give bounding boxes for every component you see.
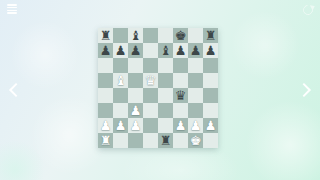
black-pawn: ♟ [205,44,217,57]
square-b5[interactable]: ♝ [113,73,128,88]
square-f7[interactable]: ♟ [173,43,188,58]
square-a4[interactable] [98,88,113,103]
bokeh-circle [245,100,320,180]
square-b4[interactable] [113,88,128,103]
chevron-right-icon [297,83,311,97]
square-a8[interactable]: ♜ [98,28,113,43]
square-b3[interactable] [113,103,128,118]
next-puzzle-button[interactable] [299,82,313,98]
square-e4[interactable] [158,88,173,103]
black-king: ♚ [175,29,187,42]
square-c5[interactable] [128,73,143,88]
square-a5[interactable] [98,73,113,88]
square-g3[interactable] [188,103,203,118]
square-h6[interactable] [203,58,218,73]
black-pawn: ♟ [100,44,112,57]
white-pawn: ♟ [130,119,142,132]
black-pawn: ♟ [115,44,127,57]
square-f2[interactable]: ♟ [173,118,188,133]
square-d4[interactable] [143,88,158,103]
square-h3[interactable] [203,103,218,118]
square-h5[interactable] [203,73,218,88]
square-a7[interactable]: ♟ [98,43,113,58]
previous-puzzle-button[interactable] [8,82,22,98]
restart-icon[interactable] [303,5,315,17]
black-queen: ♛ [175,89,187,102]
square-a3[interactable] [98,103,113,118]
square-c2[interactable]: ♟ [128,118,143,133]
square-b1[interactable] [113,133,128,148]
white-king: ♚ [190,134,202,147]
white-pawn: ♟ [100,119,112,132]
square-b8[interactable] [113,28,128,43]
square-f5[interactable] [173,73,188,88]
black-pawn: ♟ [130,44,142,57]
black-rook: ♜ [205,29,217,42]
white-pawn: ♟ [130,104,142,117]
black-pawn: ♟ [175,44,187,57]
square-b7[interactable]: ♟ [113,43,128,58]
square-g8[interactable] [188,28,203,43]
square-c3[interactable]: ♟ [128,103,143,118]
square-e8[interactable] [158,28,173,43]
square-f3[interactable] [173,103,188,118]
square-c8[interactable]: ♝ [128,28,143,43]
square-h7[interactable]: ♟ [203,43,218,58]
square-g7[interactable]: ♟ [188,43,203,58]
square-d5[interactable]: ♛ [143,73,158,88]
square-e2[interactable] [158,118,173,133]
square-e1[interactable]: ♜ [158,133,173,148]
square-h1[interactable] [203,133,218,148]
white-rook: ♜ [100,134,112,147]
square-a2[interactable]: ♟ [98,118,113,133]
white-pawn: ♟ [115,119,127,132]
bokeh-circle [230,10,300,80]
app-screen: ♜♝♚♜♟♟♟♝♟♟♟♝♛♛♟♟♟♟♟♟♟♜♜♚ [0,0,320,180]
square-e5[interactable] [158,73,173,88]
square-d2[interactable] [143,118,158,133]
chevron-left-icon [9,83,23,97]
white-pawn: ♟ [190,119,202,132]
square-a1[interactable]: ♜ [98,133,113,148]
bokeh-circle [0,140,45,180]
square-d8[interactable] [143,28,158,43]
square-f1[interactable] [173,133,188,148]
square-g2[interactable]: ♟ [188,118,203,133]
white-pawn: ♟ [205,119,217,132]
square-f8[interactable]: ♚ [173,28,188,43]
square-e7[interactable]: ♝ [158,43,173,58]
square-e3[interactable] [158,103,173,118]
square-g1[interactable]: ♚ [188,133,203,148]
square-d6[interactable] [143,58,158,73]
square-f6[interactable] [173,58,188,73]
square-h2[interactable]: ♟ [203,118,218,133]
square-c6[interactable] [128,58,143,73]
square-e6[interactable] [158,58,173,73]
square-b6[interactable] [113,58,128,73]
black-bishop: ♝ [130,29,142,42]
chess-board: ♜♝♚♜♟♟♟♝♟♟♟♝♛♛♟♟♟♟♟♟♟♜♜♚ [98,28,218,148]
square-a6[interactable] [98,58,113,73]
menu-line [7,7,17,9]
square-d3[interactable] [143,103,158,118]
square-d7[interactable] [143,43,158,58]
square-c4[interactable] [128,88,143,103]
menu-line [7,4,17,6]
menu-line [7,12,17,14]
square-c1[interactable] [128,133,143,148]
black-pawn: ♟ [190,44,202,57]
menu-line [7,10,17,12]
black-rook: ♜ [100,29,112,42]
white-bishop: ♝ [115,74,127,87]
square-g6[interactable] [188,58,203,73]
bokeh-circle [10,20,80,90]
square-f4[interactable]: ♛ [173,88,188,103]
menu-icon[interactable] [7,3,17,15]
square-h4[interactable] [203,88,218,103]
square-c7[interactable]: ♟ [128,43,143,58]
square-d1[interactable] [143,133,158,148]
black-rook: ♜ [160,134,172,147]
square-h8[interactable]: ♜ [203,28,218,43]
square-g5[interactable] [188,73,203,88]
white-queen: ♛ [145,74,157,87]
white-pawn: ♟ [175,119,187,132]
black-bishop: ♝ [160,44,172,57]
square-b2[interactable]: ♟ [113,118,128,133]
square-g4[interactable] [188,88,203,103]
